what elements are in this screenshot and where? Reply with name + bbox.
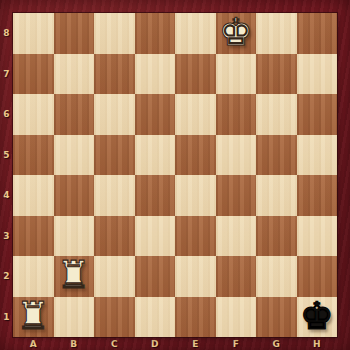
file-label-c: C — [94, 337, 135, 350]
square-a1[interactable]: ♜ — [13, 297, 54, 338]
rank-label-8: 8 — [0, 13, 13, 54]
chess-board: ♚♜♜♚ — [13, 13, 337, 337]
square-f2[interactable] — [216, 256, 257, 297]
square-g1[interactable] — [256, 297, 297, 338]
square-h7[interactable] — [297, 54, 338, 95]
square-b5[interactable] — [54, 135, 95, 176]
file-label-a: A — [13, 337, 54, 350]
white-king[interactable]: ♚ — [219, 13, 253, 52]
square-g5[interactable] — [256, 135, 297, 176]
rank-label-2: 2 — [0, 256, 13, 297]
square-b3[interactable] — [54, 216, 95, 257]
square-c3[interactable] — [94, 216, 135, 257]
square-d2[interactable] — [135, 256, 176, 297]
square-h2[interactable] — [297, 256, 338, 297]
square-d5[interactable] — [135, 135, 176, 176]
square-c8[interactable] — [94, 13, 135, 54]
square-c1[interactable] — [94, 297, 135, 338]
square-f1[interactable] — [216, 297, 257, 338]
rank-label-5: 5 — [0, 135, 13, 176]
square-e4[interactable] — [175, 175, 216, 216]
square-h5[interactable] — [297, 135, 338, 176]
square-e7[interactable] — [175, 54, 216, 95]
square-c6[interactable] — [94, 94, 135, 135]
square-a5[interactable] — [13, 135, 54, 176]
square-d7[interactable] — [135, 54, 176, 95]
black-king[interactable]: ♚ — [300, 297, 334, 336]
square-h1[interactable]: ♚ — [297, 297, 338, 338]
file-label-h: H — [297, 337, 338, 350]
square-e5[interactable] — [175, 135, 216, 176]
square-e6[interactable] — [175, 94, 216, 135]
square-e1[interactable] — [175, 297, 216, 338]
square-b6[interactable] — [54, 94, 95, 135]
square-b2[interactable]: ♜ — [54, 256, 95, 297]
square-f4[interactable] — [216, 175, 257, 216]
rank-label-4: 4 — [0, 175, 13, 216]
file-label-f: F — [216, 337, 257, 350]
square-g2[interactable] — [256, 256, 297, 297]
file-labels: ABCDEFGH — [13, 337, 337, 350]
square-g6[interactable] — [256, 94, 297, 135]
square-a3[interactable] — [13, 216, 54, 257]
square-b7[interactable] — [54, 54, 95, 95]
square-e8[interactable] — [175, 13, 216, 54]
square-h6[interactable] — [297, 94, 338, 135]
square-a7[interactable] — [13, 54, 54, 95]
square-d6[interactable] — [135, 94, 176, 135]
square-c4[interactable] — [94, 175, 135, 216]
square-h3[interactable] — [297, 216, 338, 257]
rank-label-6: 6 — [0, 94, 13, 135]
rank-labels: 87654321 — [0, 13, 13, 337]
square-b1[interactable] — [54, 297, 95, 338]
square-b8[interactable] — [54, 13, 95, 54]
square-a2[interactable] — [13, 256, 54, 297]
square-f5[interactable] — [216, 135, 257, 176]
square-f3[interactable] — [216, 216, 257, 257]
square-h8[interactable] — [297, 13, 338, 54]
square-d8[interactable] — [135, 13, 176, 54]
square-f8[interactable]: ♚ — [216, 13, 257, 54]
square-g8[interactable] — [256, 13, 297, 54]
square-c7[interactable] — [94, 54, 135, 95]
chess-board-frame: 87654321 ABCDEFGH ♚♜♜♚ — [0, 0, 350, 350]
file-label-e: E — [175, 337, 216, 350]
square-f6[interactable] — [216, 94, 257, 135]
square-g3[interactable] — [256, 216, 297, 257]
white-rook[interactable]: ♜ — [57, 256, 91, 295]
file-label-d: D — [135, 337, 176, 350]
square-c5[interactable] — [94, 135, 135, 176]
square-d4[interactable] — [135, 175, 176, 216]
file-label-b: B — [54, 337, 95, 350]
square-b4[interactable] — [54, 175, 95, 216]
square-g4[interactable] — [256, 175, 297, 216]
square-d1[interactable] — [135, 297, 176, 338]
square-h4[interactable] — [297, 175, 338, 216]
rank-label-7: 7 — [0, 54, 13, 95]
square-c2[interactable] — [94, 256, 135, 297]
square-e3[interactable] — [175, 216, 216, 257]
square-f7[interactable] — [216, 54, 257, 95]
square-g7[interactable] — [256, 54, 297, 95]
rank-label-3: 3 — [0, 216, 13, 257]
square-a6[interactable] — [13, 94, 54, 135]
square-e2[interactable] — [175, 256, 216, 297]
file-label-g: G — [256, 337, 297, 350]
rank-label-1: 1 — [0, 297, 13, 338]
square-a4[interactable] — [13, 175, 54, 216]
white-rook[interactable]: ♜ — [16, 297, 50, 336]
square-a8[interactable] — [13, 13, 54, 54]
square-d3[interactable] — [135, 216, 176, 257]
